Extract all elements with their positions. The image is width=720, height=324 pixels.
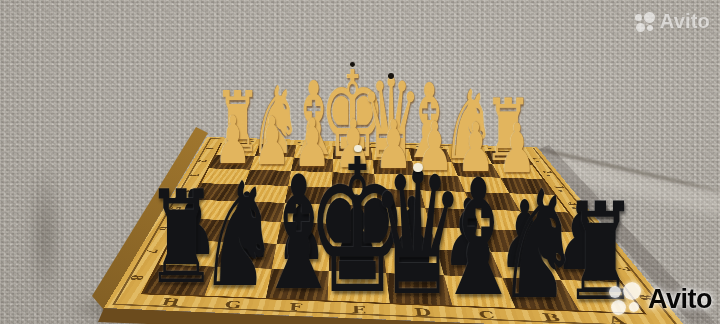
square-c2 <box>412 161 458 176</box>
rank-label-left-1: 1 <box>189 145 230 152</box>
square-d8 <box>386 273 452 305</box>
border-rivet <box>274 141 278 142</box>
avito-logo-icon <box>635 12 655 32</box>
rank-label-left-8: 8 <box>103 270 169 287</box>
file-label-g: G <box>199 296 265 313</box>
watermark-label: Avito <box>660 10 710 33</box>
square-e3 <box>332 172 376 189</box>
square-d2 <box>373 160 416 175</box>
rank-label-left-2: 2 <box>181 157 224 165</box>
square-f2 <box>291 158 333 173</box>
border-rivet <box>571 207 577 209</box>
square-e2 <box>333 159 375 174</box>
file-label-f: F <box>263 299 328 316</box>
file-label-d: D <box>390 304 457 321</box>
avito-logo-icon <box>609 282 643 316</box>
border-rivet <box>488 148 492 149</box>
listing-photo-chess-set: HGFEDCBA8765432187654321 ♜♞♝♛♚♝♞♜♟♟♟♟♟♟♟… <box>0 0 720 324</box>
square-g7 <box>215 242 277 269</box>
square-g6 <box>224 220 281 244</box>
file-label-c: C <box>453 306 523 324</box>
square-f4 <box>285 186 332 204</box>
square-g4 <box>239 185 289 203</box>
square-e6 <box>330 224 383 248</box>
square-f7 <box>272 244 330 271</box>
border-rivet <box>321 143 324 144</box>
rank-label-right-5: 5 <box>559 217 617 229</box>
square-g3 <box>245 170 292 186</box>
square-e8 <box>328 271 390 303</box>
border-rivet <box>512 149 516 150</box>
square-d5 <box>378 206 430 227</box>
rank-label-left-3: 3 <box>171 171 217 180</box>
watermark-avito-bottom-right: Avito <box>609 282 712 316</box>
file-label-h: H <box>136 294 204 311</box>
rank-label-left-4: 4 <box>161 186 210 196</box>
square-g5 <box>232 201 285 222</box>
square-d3 <box>374 174 420 191</box>
square-e5 <box>331 204 381 225</box>
border-rivet <box>297 142 301 143</box>
border-rivet <box>464 147 468 148</box>
rank-label-left-7: 7 <box>121 244 182 258</box>
square-d4 <box>376 189 425 208</box>
border-rivet <box>227 140 231 141</box>
border-rivet <box>416 146 420 147</box>
rank-label-left-6: 6 <box>136 222 192 234</box>
rank-label-right-6: 6 <box>574 238 636 251</box>
rank-label-left-5: 5 <box>149 203 201 214</box>
square-f5 <box>281 203 331 224</box>
square-e4 <box>331 187 378 206</box>
border-rivet <box>536 161 540 162</box>
watermark-avito-top-right: Avito <box>635 10 710 33</box>
border-rivet <box>558 190 563 192</box>
square-d7 <box>383 248 444 276</box>
border-rivet <box>392 145 396 146</box>
square-c3 <box>416 175 465 192</box>
file-label-e: E <box>327 301 392 318</box>
file-label-b: B <box>516 309 589 324</box>
square-g8 <box>205 267 272 298</box>
square-f8 <box>266 269 329 301</box>
square-e7 <box>329 246 386 273</box>
border-rivet <box>345 144 348 145</box>
square-f6 <box>277 222 331 246</box>
watermark-label: Avito <box>648 284 712 315</box>
square-d6 <box>380 225 436 249</box>
square-f3 <box>288 171 332 187</box>
border-rivet <box>368 144 371 145</box>
border-rivet <box>546 175 551 176</box>
border-rivet <box>250 141 254 142</box>
border-rivet <box>440 147 444 148</box>
square-g2 <box>250 156 294 171</box>
